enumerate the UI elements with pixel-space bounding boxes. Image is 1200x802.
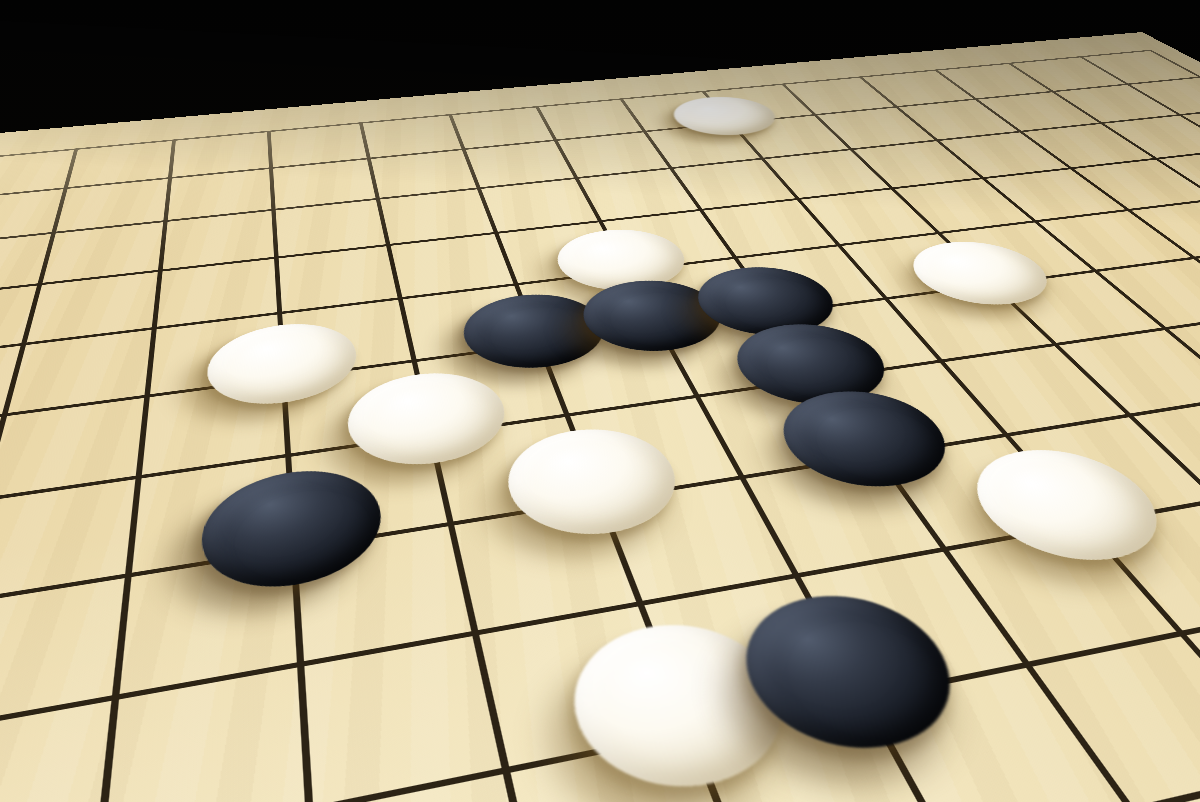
go-stone-white xyxy=(947,440,1193,573)
photo-scene: Angled photograph of a pale wooden Go bo… xyxy=(0,0,1200,802)
go-stone-white xyxy=(892,236,1072,312)
go-stone-black xyxy=(200,460,389,600)
go-board xyxy=(0,32,1200,802)
go-stone-white xyxy=(343,365,518,475)
go-stone-white xyxy=(495,420,696,547)
go-stone-white xyxy=(206,317,362,413)
stones-layer xyxy=(0,32,1200,802)
go-stone-white xyxy=(662,93,790,139)
